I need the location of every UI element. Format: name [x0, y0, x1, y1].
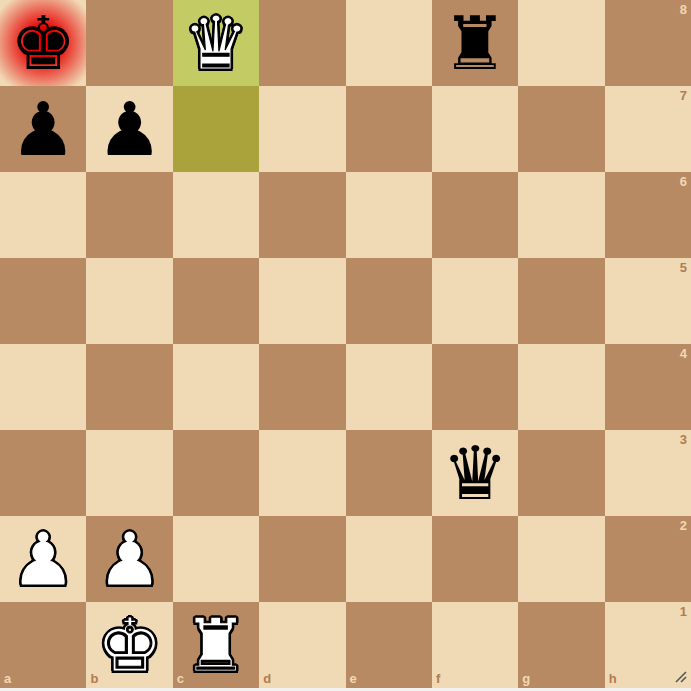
- square-d4[interactable]: [259, 344, 345, 430]
- square-g3[interactable]: [518, 430, 604, 516]
- square-e6[interactable]: [346, 172, 432, 258]
- coord-file-g: g: [522, 672, 530, 685]
- black-pawn-b7-piece[interactable]: ♟: [86, 86, 172, 172]
- square-b5[interactable]: [86, 258, 172, 344]
- square-f8[interactable]: ♜: [432, 0, 518, 86]
- white-queen-c8-piece[interactable]: ♛: [173, 0, 259, 86]
- square-b6[interactable]: [86, 172, 172, 258]
- square-c4[interactable]: [173, 344, 259, 430]
- square-b7[interactable]: ♟: [86, 86, 172, 172]
- square-f6[interactable]: [432, 172, 518, 258]
- white-rook-c1-piece[interactable]: ♜: [173, 602, 259, 688]
- square-e3[interactable]: [346, 430, 432, 516]
- square-c1[interactable]: ♜c: [173, 602, 259, 688]
- square-f4[interactable]: [432, 344, 518, 430]
- square-d7[interactable]: [259, 86, 345, 172]
- square-f5[interactable]: [432, 258, 518, 344]
- square-a8[interactable]: ♚: [0, 0, 86, 86]
- square-d3[interactable]: [259, 430, 345, 516]
- square-h4[interactable]: 4: [605, 344, 691, 430]
- square-h8[interactable]: 8: [605, 0, 691, 86]
- square-e7[interactable]: [346, 86, 432, 172]
- square-c6[interactable]: [173, 172, 259, 258]
- square-a4[interactable]: [0, 344, 86, 430]
- square-g4[interactable]: [518, 344, 604, 430]
- square-g5[interactable]: [518, 258, 604, 344]
- black-king-a8-piece[interactable]: ♚: [0, 0, 86, 86]
- coord-file-e: e: [350, 672, 357, 685]
- square-d8[interactable]: [259, 0, 345, 86]
- square-h6[interactable]: 6: [605, 172, 691, 258]
- square-a1[interactable]: a: [0, 602, 86, 688]
- coord-rank-8: 8: [680, 3, 687, 16]
- square-c5[interactable]: [173, 258, 259, 344]
- square-a7[interactable]: ♟: [0, 86, 86, 172]
- square-f2[interactable]: [432, 516, 518, 602]
- board-resize-handle[interactable]: [675, 671, 687, 683]
- square-b1[interactable]: ♚b: [86, 602, 172, 688]
- square-d5[interactable]: [259, 258, 345, 344]
- coord-file-h: h: [609, 672, 617, 685]
- white-king-b1-piece[interactable]: ♚: [86, 602, 172, 688]
- square-b3[interactable]: [86, 430, 172, 516]
- white-pawn-a2-piece[interactable]: ♟: [0, 516, 86, 602]
- square-b2[interactable]: ♟: [86, 516, 172, 602]
- square-a3[interactable]: [0, 430, 86, 516]
- square-e5[interactable]: [346, 258, 432, 344]
- square-b8[interactable]: [86, 0, 172, 86]
- square-e1[interactable]: e: [346, 602, 432, 688]
- square-h7[interactable]: 7: [605, 86, 691, 172]
- black-queen-f3-piece[interactable]: ♛: [432, 430, 518, 516]
- square-d1[interactable]: d: [259, 602, 345, 688]
- square-e4[interactable]: [346, 344, 432, 430]
- coord-rank-6: 6: [680, 175, 687, 188]
- chess-board: ♚♛♜8♟♟7654♛3♟♟2a♚b♜cdefg1h: [0, 0, 691, 688]
- black-rook-f8-piece[interactable]: ♜: [432, 0, 518, 86]
- square-f7[interactable]: [432, 86, 518, 172]
- square-g2[interactable]: [518, 516, 604, 602]
- square-f3[interactable]: ♛: [432, 430, 518, 516]
- coord-rank-4: 4: [680, 347, 687, 360]
- square-c3[interactable]: [173, 430, 259, 516]
- square-h3[interactable]: 3: [605, 430, 691, 516]
- square-b4[interactable]: [86, 344, 172, 430]
- square-g6[interactable]: [518, 172, 604, 258]
- square-a6[interactable]: [0, 172, 86, 258]
- coord-rank-2: 2: [680, 519, 687, 532]
- square-a5[interactable]: [0, 258, 86, 344]
- square-c8[interactable]: ♛: [173, 0, 259, 86]
- coord-file-a: a: [4, 672, 11, 685]
- coord-file-f: f: [436, 672, 440, 685]
- square-h5[interactable]: 5: [605, 258, 691, 344]
- square-e2[interactable]: [346, 516, 432, 602]
- coord-rank-3: 3: [680, 433, 687, 446]
- square-h2[interactable]: 2: [605, 516, 691, 602]
- coord-rank-5: 5: [680, 261, 687, 274]
- square-c7[interactable]: [173, 86, 259, 172]
- coord-file-d: d: [263, 672, 271, 685]
- coord-rank-7: 7: [680, 89, 687, 102]
- square-c2[interactable]: [173, 516, 259, 602]
- white-pawn-b2-piece[interactable]: ♟: [86, 516, 172, 602]
- square-g1[interactable]: g: [518, 602, 604, 688]
- square-e8[interactable]: [346, 0, 432, 86]
- square-a2[interactable]: ♟: [0, 516, 86, 602]
- square-g8[interactable]: [518, 0, 604, 86]
- square-d2[interactable]: [259, 516, 345, 602]
- black-pawn-a7-piece[interactable]: ♟: [0, 86, 86, 172]
- square-f1[interactable]: f: [432, 602, 518, 688]
- coord-rank-1: 1: [680, 605, 687, 618]
- square-d6[interactable]: [259, 172, 345, 258]
- square-g7[interactable]: [518, 86, 604, 172]
